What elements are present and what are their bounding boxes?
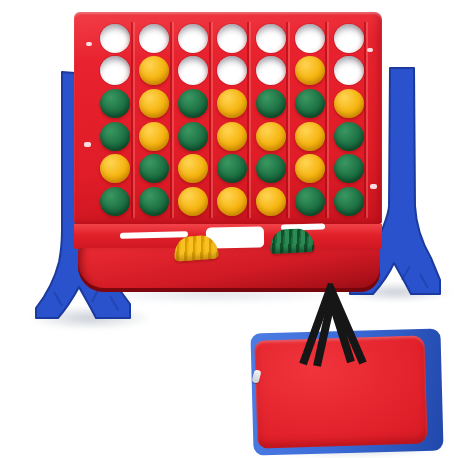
- board-cell-r3c2: [135, 87, 174, 120]
- board-cell-r1c2: [135, 22, 174, 55]
- frame-slot: [86, 42, 92, 46]
- yellow-disc: [295, 56, 325, 85]
- green-disc: [334, 154, 364, 183]
- yellow-disc: [217, 122, 247, 151]
- board-cell-r3c3: [174, 87, 213, 120]
- board-cell-r5c2: [135, 153, 174, 186]
- yellow-disc: [217, 89, 247, 118]
- board-cell-r2c5: [251, 55, 290, 88]
- board-cell-r6c3: [174, 185, 213, 218]
- board-cell-r1c1: [96, 22, 135, 55]
- board-cell-r5c5: [251, 153, 290, 186]
- yellow-disc: [295, 154, 325, 183]
- frame-slot: [370, 184, 377, 189]
- board-cell-r3c1: [96, 87, 135, 120]
- yellow-disc: [334, 89, 364, 118]
- green-disc: [100, 187, 130, 216]
- board-cell-r5c7: [329, 153, 368, 186]
- board-cell-r4c5: [251, 120, 290, 153]
- board-cell-r1c5: [251, 22, 290, 55]
- yellow-disc: [100, 154, 130, 183]
- empty-hole: [178, 24, 208, 53]
- yellow-disc: [178, 187, 208, 216]
- bag-handle: [250, 283, 450, 373]
- board-cell-r5c1: [96, 153, 135, 186]
- product-photo: [0, 0, 458, 458]
- green-disc: [178, 122, 208, 151]
- empty-hole: [217, 24, 247, 53]
- board-cell-r2c7: [329, 55, 368, 88]
- empty-hole: [100, 56, 130, 85]
- empty-hole: [217, 56, 247, 85]
- frame-slot: [84, 142, 91, 147]
- yellow-disc: [139, 122, 169, 151]
- green-disc: [100, 89, 130, 118]
- board-cell-r6c7: [329, 185, 368, 218]
- board-cell-r5c4: [213, 153, 252, 186]
- empty-hole: [334, 24, 364, 53]
- frame-slot: [367, 48, 373, 52]
- board-cell-r3c7: [329, 87, 368, 120]
- green-disc: [295, 187, 325, 216]
- board-cell-r1c7: [329, 22, 368, 55]
- board-cell-r4c4: [213, 120, 252, 153]
- board-cell-r6c5: [251, 185, 290, 218]
- connect-four-board: [74, 12, 382, 224]
- board-cell-r4c1: [96, 120, 135, 153]
- empty-hole: [295, 24, 325, 53]
- tray-disc-green: [269, 228, 314, 254]
- board-grid: [96, 22, 368, 218]
- green-disc: [139, 154, 169, 183]
- yellow-disc: [178, 154, 208, 183]
- board-cell-r6c1: [96, 185, 135, 218]
- board-cell-r1c6: [290, 22, 329, 55]
- green-disc: [256, 89, 286, 118]
- yellow-disc: [256, 187, 286, 216]
- board-cell-r3c6: [290, 87, 329, 120]
- empty-hole: [334, 56, 364, 85]
- empty-hole: [256, 56, 286, 85]
- board-cell-r4c6: [290, 120, 329, 153]
- green-disc: [178, 89, 208, 118]
- yellow-disc: [139, 56, 169, 85]
- green-disc: [334, 187, 364, 216]
- board-cell-r6c6: [290, 185, 329, 218]
- board-cell-r4c3: [174, 120, 213, 153]
- board-cell-r1c4: [213, 22, 252, 55]
- board-cell-r3c5: [251, 87, 290, 120]
- board-cell-r6c4: [213, 185, 252, 218]
- board-cell-r4c7: [329, 120, 368, 153]
- board-cell-r2c3: [174, 55, 213, 88]
- board-cell-r1c3: [174, 22, 213, 55]
- yellow-disc: [295, 122, 325, 151]
- board-cell-r5c6: [290, 153, 329, 186]
- board-cell-r6c2: [135, 185, 174, 218]
- green-disc: [334, 122, 364, 151]
- yellow-disc: [256, 122, 286, 151]
- green-disc: [217, 154, 247, 183]
- empty-hole: [139, 24, 169, 53]
- board-cell-r2c4: [213, 55, 252, 88]
- board-cell-r4c2: [135, 120, 174, 153]
- green-disc: [100, 122, 130, 151]
- yellow-disc: [139, 89, 169, 118]
- board-cell-r2c2: [135, 55, 174, 88]
- board-cell-r2c6: [290, 55, 329, 88]
- board-cell-r3c4: [213, 87, 252, 120]
- empty-hole: [100, 24, 130, 53]
- green-disc: [295, 89, 325, 118]
- empty-hole: [256, 24, 286, 53]
- empty-hole: [178, 56, 208, 85]
- board-cell-r5c3: [174, 153, 213, 186]
- yellow-disc: [217, 187, 247, 216]
- green-disc: [256, 154, 286, 183]
- board-cell-r2c1: [96, 55, 135, 88]
- green-disc: [139, 187, 169, 216]
